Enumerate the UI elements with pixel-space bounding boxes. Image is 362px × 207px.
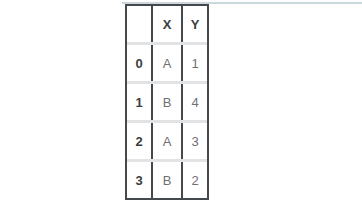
- data-cell: B: [153, 84, 181, 120]
- data-cell: 2: [183, 162, 207, 198]
- data-cell: 4: [183, 84, 207, 120]
- header-cell-index: [127, 6, 151, 42]
- index-cell: 1: [127, 84, 151, 120]
- index-cell: 0: [127, 45, 151, 81]
- data-cell: B: [153, 162, 181, 198]
- data-cell: 3: [183, 123, 207, 159]
- data-cell: 1: [183, 45, 207, 81]
- header-cell-y: Y: [183, 6, 207, 42]
- data-cell: A: [153, 45, 181, 81]
- header-cell-x: X: [153, 6, 181, 42]
- table-row: 3 B 2: [127, 162, 207, 198]
- index-cell: 2: [127, 123, 151, 159]
- table-row: 1 B 4: [127, 84, 207, 120]
- table-row: 0 A 1: [127, 45, 207, 81]
- table-row: 2 A 3: [127, 123, 207, 159]
- table-header-row: X Y: [127, 6, 207, 42]
- dataframe-table: X Y 0 A 1 1 B 4 2 A 3 3 B 2: [125, 4, 209, 200]
- data-cell: A: [153, 123, 181, 159]
- index-cell: 3: [127, 162, 151, 198]
